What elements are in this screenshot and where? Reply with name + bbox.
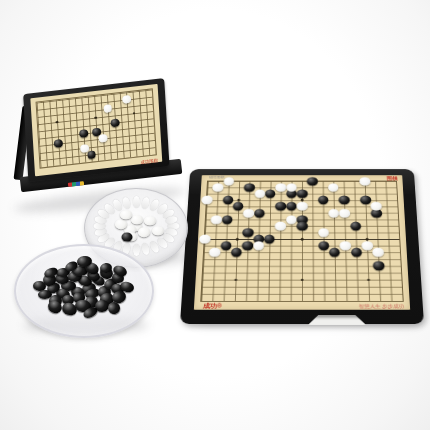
- go-stone-black: [222, 196, 233, 205]
- go-stone-white: [253, 241, 264, 250]
- go-stone-white: [223, 177, 234, 185]
- go-stone-white: [212, 183, 223, 191]
- go-stone-white: [328, 209, 339, 218]
- go-stone-black: [297, 190, 308, 199]
- go-stone-black: [275, 202, 286, 211]
- go-stone-white: [328, 183, 339, 191]
- go-stone-black: [318, 196, 329, 205]
- star-point: [367, 279, 370, 281]
- go-stone-black: [264, 235, 275, 244]
- board-slogan-text: 智慧人生 步步成功: [359, 304, 404, 309]
- star-point: [366, 238, 369, 240]
- go-stone-white: [373, 248, 384, 257]
- go-stone-white: [361, 241, 372, 250]
- go-stone-white: [275, 222, 286, 231]
- black-stones-dish: [14, 244, 154, 338]
- go-stone-white: [211, 215, 222, 224]
- go-stone-white: [286, 215, 297, 224]
- loose-white-stone: [138, 227, 150, 237]
- folded-board-face: 成功围棋: [23, 78, 169, 182]
- go-stone-white: [340, 241, 351, 250]
- go-stone-black: [233, 202, 244, 211]
- go-stone-black: [242, 241, 253, 250]
- star-point: [301, 199, 303, 201]
- go-stone-white: [371, 202, 382, 211]
- board-brand-text: 成功®: [203, 303, 222, 309]
- main-go-board: 磁性围棋 围棋 成功® 智慧人生 步步成功: [180, 136, 424, 324]
- board-text-top-left: 磁性围棋: [209, 176, 225, 179]
- go-stone-black: [286, 202, 297, 211]
- star-point: [133, 112, 136, 115]
- go-stone-white: [199, 235, 210, 244]
- go-stone-black: [111, 118, 120, 127]
- star-point: [236, 238, 239, 240]
- go-set-product-photo: 成功围棋 磁性围棋 围棋 成功® 智慧人生 步步成功: [0, 0, 430, 430]
- loose-black-stone: [122, 233, 133, 242]
- go-stone-black: [297, 222, 308, 231]
- go-stone-white: [99, 134, 108, 143]
- main-board-surface: 磁性围棋 围棋 成功® 智慧人生 步步成功: [194, 175, 410, 309]
- go-stone-white: [209, 248, 221, 257]
- star-point: [56, 121, 59, 124]
- go-stone-white: [318, 228, 329, 237]
- go-stone-black: [87, 150, 96, 159]
- go-stone-white: [286, 183, 297, 191]
- go-stone-white: [254, 190, 265, 199]
- loose-white-stone: [115, 220, 127, 230]
- go-stone-black: [351, 248, 362, 257]
- loose-white-stone: [144, 216, 156, 226]
- go-stone-black: [329, 248, 340, 257]
- go-stone-black: [339, 196, 350, 205]
- go-stone-black: [220, 241, 231, 250]
- loose-white-stone: [131, 215, 143, 225]
- go-stone-black: [231, 248, 242, 257]
- go-stone-white: [276, 183, 287, 191]
- go-stone-white: [103, 105, 112, 114]
- go-stone-white: [122, 95, 131, 104]
- folded-board-grid: [36, 88, 157, 168]
- go-stone-white: [201, 196, 212, 205]
- go-stone-white: [297, 202, 308, 211]
- go-stone-black: [307, 177, 318, 185]
- go-stone-black: [79, 129, 88, 138]
- star-point: [94, 116, 97, 119]
- go-stone-black: [350, 222, 361, 231]
- frame-handle-notch: [308, 315, 366, 325]
- go-stone-black: [360, 196, 371, 205]
- loose-white-stone: [120, 210, 132, 220]
- go-stone-black: [243, 228, 254, 237]
- folded-board-surface: 成功围棋: [30, 84, 162, 176]
- go-stone-black: [54, 139, 63, 148]
- star-point: [234, 279, 237, 281]
- star-point: [301, 238, 303, 240]
- go-stone-black: [373, 261, 385, 270]
- go-stone-black: [244, 183, 255, 191]
- go-stone-black: [318, 241, 329, 250]
- go-stone-white: [243, 209, 254, 218]
- star-point: [301, 279, 304, 281]
- go-stone-white: [339, 209, 350, 218]
- brand-logo: [68, 181, 84, 187]
- folded-board-brand-text: 成功围棋: [140, 158, 158, 165]
- loose-white-stone: [152, 226, 164, 236]
- white-stone-on-rim: [133, 196, 140, 208]
- go-stone-black: [254, 209, 265, 218]
- go-stone-black: [265, 190, 276, 199]
- star-point: [237, 199, 239, 201]
- go-stone-white: [359, 177, 370, 185]
- main-board-grid: [200, 181, 404, 302]
- main-board-frame: 磁性围棋 围棋 成功® 智慧人生 步步成功: [180, 169, 424, 324]
- go-stone-black: [222, 215, 233, 224]
